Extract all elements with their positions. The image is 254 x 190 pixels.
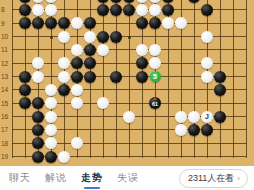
black-stone [32,17,44,29]
black-stone [214,71,226,83]
black-stone [110,71,122,83]
go-live-screen: 8910111213141516171819 561J 聊天 解说 走势 失误 … [0,0,254,190]
white-stone [136,44,148,56]
black-stone [71,71,83,83]
board-point [32,3,45,16]
board-point [19,97,32,110]
board-point [149,43,162,56]
board-point [71,137,84,150]
white-stone [136,0,148,3]
board-point [136,43,149,56]
board-point [110,70,123,83]
move-number: 61 [149,101,161,107]
black-stone [123,0,135,3]
board-point [45,97,58,110]
black-stone [19,84,31,96]
board-point [71,57,84,70]
board-point [201,70,214,83]
board-point [32,150,45,163]
board-point [162,17,175,30]
white-stone [149,44,161,56]
black-stone [201,4,213,16]
black-stone [45,17,57,29]
black-stone [71,57,83,69]
board-point [45,83,58,96]
board-point [188,123,201,136]
white-stone [71,84,83,96]
board-point [32,70,45,83]
black-stone [32,137,44,149]
board-point [201,57,214,70]
white-stone [84,31,96,43]
tab-trend[interactable]: 走势 [81,171,103,185]
white-stone [45,4,57,16]
black-stone [19,17,31,29]
board-point [71,70,84,83]
black-stone [97,0,109,3]
board-point [136,3,149,16]
white-stone [45,137,57,149]
white-stone [175,17,187,29]
white-stone [45,84,57,96]
white-stone [175,111,187,123]
board-point [175,123,188,136]
black-stone [136,17,148,29]
board-point [32,57,45,70]
white-stone [71,17,83,29]
black-stone [32,97,44,109]
black-stone [32,151,44,163]
board-point [136,70,149,83]
board-point [201,123,214,136]
board-point [84,17,97,30]
black-stone: 61 [149,97,161,109]
board-point [45,137,58,150]
white-stone [201,57,213,69]
black-stone [214,84,226,96]
black-stone [84,57,96,69]
white-stone: J [201,111,213,123]
bottom-tab-bar: 聊天 解说 走势 失误 2311人在看 › [0,166,254,190]
tab-commentary[interactable]: 解说 [45,171,67,185]
board-point [97,97,110,110]
board-point [19,3,32,16]
black-stone [149,17,161,29]
board-point [45,17,58,30]
black-stone [188,0,200,3]
board-point [58,17,71,30]
chevron-right-icon: › [237,174,240,183]
board-point [32,137,45,150]
black-stone [45,151,57,163]
black-stone [32,124,44,136]
black-stone [214,111,226,123]
board-point [149,3,162,16]
board-point [84,70,97,83]
board-point [188,0,201,3]
board-point [58,83,71,96]
black-stone [110,0,122,3]
board-point: J [201,110,214,123]
black-stone [136,57,148,69]
viewers-count: 2311人在看 [188,172,234,185]
board-point [149,17,162,30]
white-stone [188,111,200,123]
board-point [110,30,123,43]
white-stone [45,124,57,136]
board-point [201,3,214,16]
white-stone [58,57,70,69]
white-stone [58,31,70,43]
black-stone [162,4,174,16]
board-point [110,3,123,16]
board-point [58,57,71,70]
board-point [58,70,71,83]
black-stone [19,71,31,83]
white-stone [136,4,148,16]
board-point [136,57,149,70]
tab-mistakes[interactable]: 失误 [117,171,139,185]
white-stone [45,0,57,3]
black-stone [162,0,174,3]
stone-mark: J [201,113,213,121]
board-point [84,30,97,43]
white-stone [45,97,57,109]
black-stone [32,111,44,123]
board-point [214,110,227,123]
board-point [214,83,227,96]
white-stone [71,97,83,109]
badge-label: 5 [150,73,161,81]
board-point [58,30,71,43]
white-stone [45,111,57,123]
go-board[interactable]: 8910111213141516171819 561J [0,0,254,166]
board-point [32,110,45,123]
black-stone [110,31,122,43]
board-point [175,17,188,30]
board-point [97,30,110,43]
white-stone [32,0,44,3]
white-stone [32,71,44,83]
board-point [123,110,136,123]
white-stone [149,0,161,3]
board-point [84,57,97,70]
black-stone [84,17,96,29]
white-stone [58,151,70,163]
black-stone [188,124,200,136]
board-point [188,110,201,123]
black-stone [84,71,96,83]
board-point [32,97,45,110]
board-point [201,30,214,43]
white-stone [32,4,44,16]
board-point [123,3,136,16]
board-point [214,70,227,83]
white-stone [162,17,174,29]
board-point [175,110,188,123]
white-stone [201,71,213,83]
white-stone [97,44,109,56]
black-stone [58,17,70,29]
stone-layer: 561J [6,0,253,163]
black-stone [97,4,109,16]
board-point [45,123,58,136]
board-point [58,150,71,163]
black-stone [123,4,135,16]
viewers-pill[interactable]: 2311人在看 › [179,169,248,188]
black-stone [110,4,122,16]
board-point [19,17,32,30]
white-stone [201,31,213,43]
board-point [19,83,32,96]
board-point [136,17,149,30]
white-stone [71,44,83,56]
black-stone [58,84,70,96]
white-stone [58,71,70,83]
white-stone [123,111,135,123]
board-point [84,43,97,56]
black-stone [19,97,31,109]
white-stone [32,57,44,69]
board-point [45,110,58,123]
board-point [32,123,45,136]
board-point [45,3,58,16]
board-point [71,97,84,110]
board-point [97,43,110,56]
board-point [149,57,162,70]
board-point [19,70,32,83]
board-point: 5 [149,70,162,83]
black-stone [19,4,31,16]
white-stone [71,137,83,149]
board-point [32,17,45,30]
black-stone [84,44,96,56]
board-point [45,150,58,163]
black-stone [136,71,148,83]
black-stone [19,0,31,3]
white-stone [149,57,161,69]
black-stone [201,124,213,136]
board-point: 61 [149,97,162,110]
board-point [71,43,84,56]
white-stone [149,4,161,16]
black-stone [97,31,109,43]
white-stone [175,124,187,136]
board-point [97,3,110,16]
board-point [71,83,84,96]
ai-suggestion-badge: 5 [150,71,161,82]
tab-chat[interactable]: 聊天 [9,171,31,185]
white-stone [97,97,109,109]
board-point [71,17,84,30]
board-point [162,3,175,16]
